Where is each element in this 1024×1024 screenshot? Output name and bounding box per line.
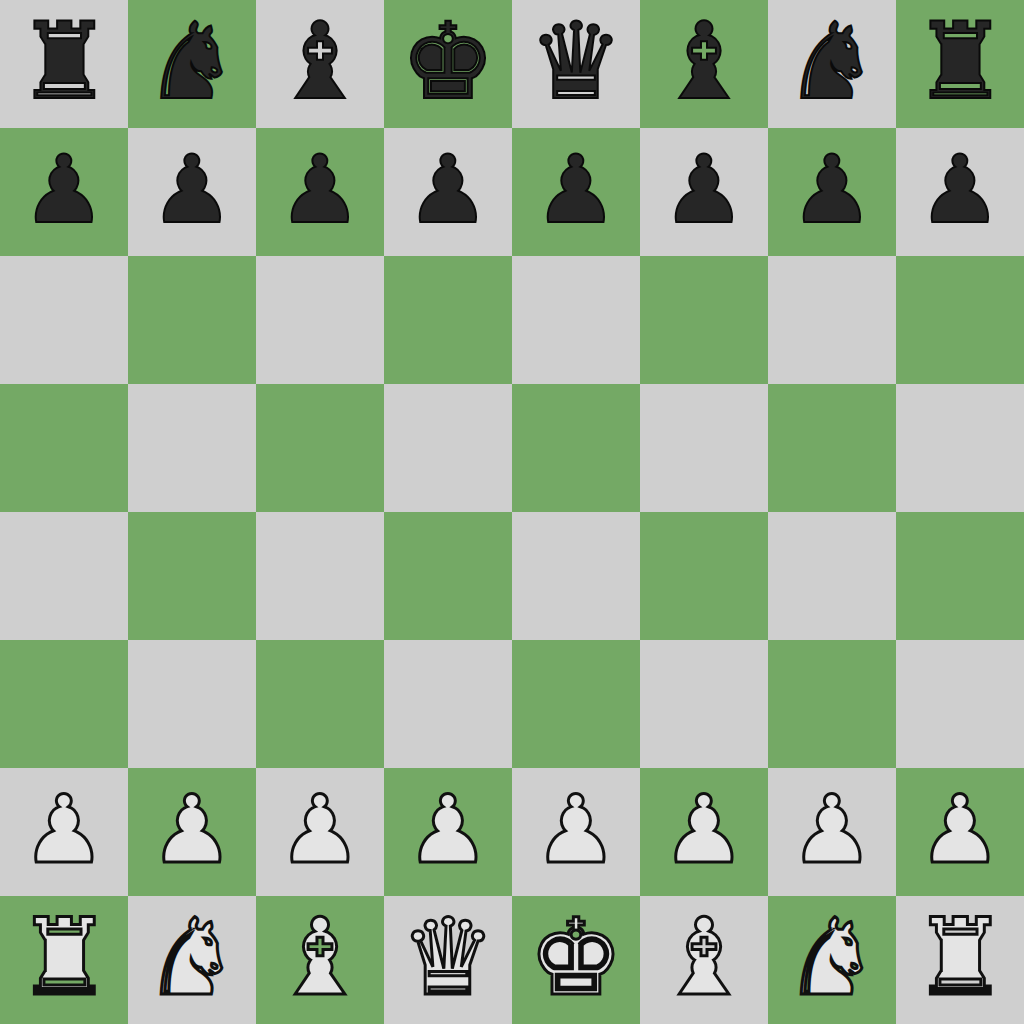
square-e2[interactable]: ♟ (512, 768, 640, 896)
piece-white-pawn[interactable]: ♟ (662, 783, 746, 877)
square-g4[interactable] (768, 512, 896, 640)
piece-white-queen[interactable]: ♛ (400, 905, 495, 1011)
piece-black-pawn[interactable]: ♟ (790, 143, 874, 237)
square-h8[interactable]: ♜ (896, 0, 1024, 128)
square-d7[interactable]: ♟ (384, 128, 512, 256)
square-a2[interactable]: ♟ (0, 768, 128, 896)
square-a7[interactable]: ♟ (0, 128, 128, 256)
square-c5[interactable] (256, 384, 384, 512)
square-e6[interactable] (512, 256, 640, 384)
piece-black-pawn[interactable]: ♟ (534, 143, 618, 237)
piece-black-pawn[interactable]: ♟ (662, 143, 746, 237)
square-g8[interactable]: ♞ (768, 0, 896, 128)
square-h7[interactable]: ♟ (896, 128, 1024, 256)
square-b1[interactable]: ♞ (128, 896, 256, 1024)
piece-white-pawn[interactable]: ♟ (278, 783, 362, 877)
piece-white-knight[interactable]: ♞ (784, 905, 879, 1011)
piece-black-bishop[interactable]: ♝ (656, 9, 751, 115)
square-g5[interactable] (768, 384, 896, 512)
piece-black-bishop[interactable]: ♝ (272, 9, 367, 115)
square-g3[interactable] (768, 640, 896, 768)
square-f6[interactable] (640, 256, 768, 384)
square-b4[interactable] (128, 512, 256, 640)
square-h4[interactable] (896, 512, 1024, 640)
square-h5[interactable] (896, 384, 1024, 512)
square-d4[interactable] (384, 512, 512, 640)
piece-black-pawn[interactable]: ♟ (406, 143, 490, 237)
square-f4[interactable] (640, 512, 768, 640)
square-f2[interactable]: ♟ (640, 768, 768, 896)
square-e5[interactable] (512, 384, 640, 512)
square-f3[interactable] (640, 640, 768, 768)
piece-white-pawn[interactable]: ♟ (406, 783, 490, 877)
square-a5[interactable] (0, 384, 128, 512)
piece-white-pawn[interactable]: ♟ (918, 783, 1002, 877)
square-d2[interactable]: ♟ (384, 768, 512, 896)
square-c8[interactable]: ♝ (256, 0, 384, 128)
piece-white-bishop[interactable]: ♝ (272, 905, 367, 1011)
square-d3[interactable] (384, 640, 512, 768)
square-c6[interactable] (256, 256, 384, 384)
square-f8[interactable]: ♝ (640, 0, 768, 128)
square-c4[interactable] (256, 512, 384, 640)
square-a4[interactable] (0, 512, 128, 640)
square-c2[interactable]: ♟ (256, 768, 384, 896)
square-b2[interactable]: ♟ (128, 768, 256, 896)
square-e3[interactable] (512, 640, 640, 768)
piece-black-pawn[interactable]: ♟ (918, 143, 1002, 237)
square-b5[interactable] (128, 384, 256, 512)
piece-white-bishop[interactable]: ♝ (656, 905, 751, 1011)
square-g2[interactable]: ♟ (768, 768, 896, 896)
piece-black-knight[interactable]: ♞ (144, 9, 239, 115)
square-c1[interactable]: ♝ (256, 896, 384, 1024)
piece-white-king[interactable]: ♚ (528, 905, 623, 1011)
piece-black-pawn[interactable]: ♟ (150, 143, 234, 237)
square-d6[interactable] (384, 256, 512, 384)
square-h3[interactable] (896, 640, 1024, 768)
square-d1[interactable]: ♛ (384, 896, 512, 1024)
square-h1[interactable]: ♜ (896, 896, 1024, 1024)
piece-white-rook[interactable]: ♜ (16, 905, 111, 1011)
square-a3[interactable] (0, 640, 128, 768)
square-e4[interactable] (512, 512, 640, 640)
piece-white-rook[interactable]: ♜ (912, 905, 1007, 1011)
piece-black-rook[interactable]: ♜ (16, 9, 111, 115)
square-a6[interactable] (0, 256, 128, 384)
chess-board: ♜♞♝♚♛♝♞♜♟♟♟♟♟♟♟♟♟♟♟♟♟♟♟♟♜♞♝♛♚♝♞♜ (0, 0, 1024, 1024)
square-f1[interactable]: ♝ (640, 896, 768, 1024)
square-e1[interactable]: ♚ (512, 896, 640, 1024)
square-b6[interactable] (128, 256, 256, 384)
piece-white-pawn[interactable]: ♟ (790, 783, 874, 877)
piece-black-rook[interactable]: ♜ (912, 9, 1007, 115)
square-d5[interactable] (384, 384, 512, 512)
square-e7[interactable]: ♟ (512, 128, 640, 256)
piece-white-pawn[interactable]: ♟ (534, 783, 618, 877)
piece-black-pawn[interactable]: ♟ (278, 143, 362, 237)
square-f5[interactable] (640, 384, 768, 512)
piece-white-pawn[interactable]: ♟ (22, 783, 106, 877)
piece-black-knight[interactable]: ♞ (784, 9, 879, 115)
piece-white-pawn[interactable]: ♟ (150, 783, 234, 877)
piece-black-queen[interactable]: ♛ (528, 9, 623, 115)
piece-black-pawn[interactable]: ♟ (22, 143, 106, 237)
square-a8[interactable]: ♜ (0, 0, 128, 128)
square-h2[interactable]: ♟ (896, 768, 1024, 896)
piece-white-knight[interactable]: ♞ (144, 905, 239, 1011)
square-g6[interactable] (768, 256, 896, 384)
square-c7[interactable]: ♟ (256, 128, 384, 256)
square-b8[interactable]: ♞ (128, 0, 256, 128)
square-e8[interactable]: ♛ (512, 0, 640, 128)
piece-black-king[interactable]: ♚ (400, 9, 495, 115)
square-a1[interactable]: ♜ (0, 896, 128, 1024)
square-g7[interactable]: ♟ (768, 128, 896, 256)
square-d8[interactable]: ♚ (384, 0, 512, 128)
square-h6[interactable] (896, 256, 1024, 384)
square-b3[interactable] (128, 640, 256, 768)
square-g1[interactable]: ♞ (768, 896, 896, 1024)
square-b7[interactable]: ♟ (128, 128, 256, 256)
square-f7[interactable]: ♟ (640, 128, 768, 256)
square-c3[interactable] (256, 640, 384, 768)
